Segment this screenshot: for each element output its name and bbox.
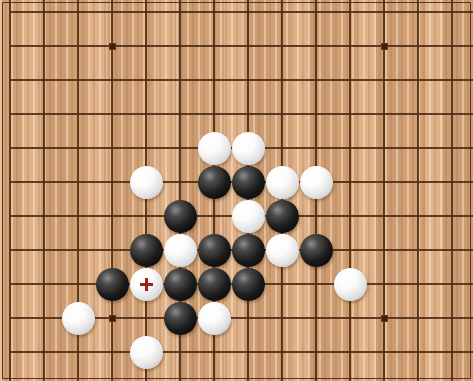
grid-line-horizontal — [10, 113, 473, 115]
star-point — [109, 315, 116, 322]
black-stone — [198, 234, 231, 267]
white-stone — [300, 166, 333, 199]
star-point — [381, 43, 388, 50]
white-stone — [334, 268, 367, 301]
black-stone — [232, 268, 265, 301]
grid-line-horizontal — [10, 11, 473, 13]
black-stone — [164, 200, 197, 233]
grid-line-vertical — [349, 0, 351, 381]
grid-line-vertical — [9, 0, 11, 381]
star-point — [109, 43, 116, 50]
grid-line-horizontal — [10, 45, 473, 47]
grid-line-vertical — [451, 0, 453, 381]
grid-line-vertical — [43, 0, 45, 381]
black-stone — [300, 234, 333, 267]
white-stone — [130, 166, 163, 199]
black-stone — [130, 234, 163, 267]
black-stone — [198, 268, 231, 301]
grid-line-horizontal — [10, 351, 473, 353]
black-stone — [232, 234, 265, 267]
black-stone — [164, 268, 197, 301]
star-point — [381, 315, 388, 322]
gomoku-board[interactable] — [0, 0, 473, 381]
white-stone — [198, 132, 231, 165]
white-stone — [130, 268, 163, 301]
white-stone — [266, 166, 299, 199]
black-stone — [96, 268, 129, 301]
grid-line-horizontal — [10, 79, 473, 81]
white-stone — [198, 302, 231, 335]
white-stone — [232, 132, 265, 165]
black-stone — [164, 302, 197, 335]
white-stone — [130, 336, 163, 369]
white-stone — [266, 234, 299, 267]
grid-line-vertical — [111, 0, 113, 381]
white-stone — [62, 302, 95, 335]
white-stone — [232, 200, 265, 233]
grid-line-vertical — [383, 0, 385, 381]
black-stone — [198, 166, 231, 199]
black-stone — [232, 166, 265, 199]
white-stone — [164, 234, 197, 267]
grid-line-vertical — [417, 0, 419, 381]
black-stone — [266, 200, 299, 233]
